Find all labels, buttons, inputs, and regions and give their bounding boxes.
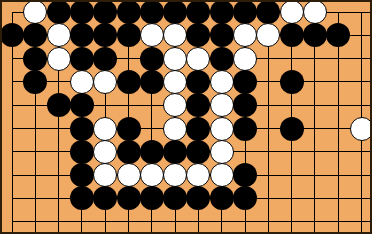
black-stone <box>93 47 117 71</box>
black-stone <box>233 70 257 94</box>
black-stone <box>140 70 164 94</box>
black-stone <box>186 0 210 24</box>
black-stone <box>140 0 164 24</box>
black-stone <box>280 23 304 47</box>
black-stone <box>47 93 71 117</box>
white-stone <box>140 23 164 47</box>
black-stone <box>163 0 187 24</box>
black-stone <box>210 47 234 71</box>
grid-line-horizontal <box>12 221 371 222</box>
black-stone <box>186 93 210 117</box>
white-stone <box>163 23 187 47</box>
black-stone <box>256 0 280 24</box>
go-board <box>0 0 372 234</box>
black-stone <box>326 23 350 47</box>
black-stone <box>163 140 187 164</box>
white-stone <box>280 0 304 24</box>
black-stone <box>23 23 47 47</box>
black-stone <box>70 163 94 187</box>
white-stone <box>93 117 117 141</box>
white-stone <box>233 23 257 47</box>
white-stone <box>93 70 117 94</box>
black-stone <box>210 23 234 47</box>
black-stone <box>210 0 234 24</box>
black-stone <box>93 23 117 47</box>
black-stone <box>93 186 117 210</box>
white-stone <box>163 47 187 71</box>
black-stone <box>117 117 141 141</box>
black-stone <box>23 47 47 71</box>
white-stone <box>47 47 71 71</box>
black-stone <box>233 186 257 210</box>
black-stone <box>186 117 210 141</box>
black-stone <box>186 70 210 94</box>
black-stone <box>117 23 141 47</box>
white-stone <box>163 163 187 187</box>
black-stone <box>280 117 304 141</box>
black-stone <box>117 140 141 164</box>
white-stone <box>350 117 372 141</box>
black-stone <box>210 186 234 210</box>
black-stone <box>140 47 164 71</box>
white-stone <box>210 117 234 141</box>
black-stone <box>186 186 210 210</box>
black-stone <box>70 23 94 47</box>
white-stone <box>303 0 327 24</box>
white-stone <box>140 163 164 187</box>
white-stone <box>210 140 234 164</box>
black-stone <box>186 23 210 47</box>
black-stone <box>233 93 257 117</box>
white-stone <box>233 47 257 71</box>
black-stone <box>0 23 24 47</box>
white-stone <box>117 163 141 187</box>
black-stone <box>93 0 117 24</box>
white-stone <box>186 47 210 71</box>
black-stone <box>23 70 47 94</box>
white-stone <box>23 0 47 24</box>
white-stone <box>47 23 71 47</box>
black-stone <box>70 47 94 71</box>
white-stone <box>163 70 187 94</box>
black-stone <box>70 93 94 117</box>
black-stone <box>47 0 71 24</box>
black-stone <box>233 0 257 24</box>
white-stone <box>163 117 187 141</box>
black-stone <box>280 70 304 94</box>
white-stone <box>210 163 234 187</box>
black-stone <box>233 163 257 187</box>
black-stone <box>70 117 94 141</box>
black-stone <box>233 117 257 141</box>
white-stone <box>256 23 280 47</box>
black-stone <box>140 186 164 210</box>
black-stone <box>117 0 141 24</box>
black-stone <box>140 140 164 164</box>
black-stone <box>117 186 141 210</box>
black-stone <box>70 186 94 210</box>
black-stone <box>117 70 141 94</box>
black-stone <box>303 23 327 47</box>
black-stone <box>70 140 94 164</box>
white-stone <box>93 140 117 164</box>
white-stone <box>210 70 234 94</box>
white-stone <box>163 93 187 117</box>
white-stone <box>210 93 234 117</box>
white-stone <box>70 70 94 94</box>
black-stone <box>163 186 187 210</box>
black-stone <box>70 0 94 24</box>
white-stone <box>186 163 210 187</box>
black-stone <box>186 140 210 164</box>
white-stone <box>93 163 117 187</box>
